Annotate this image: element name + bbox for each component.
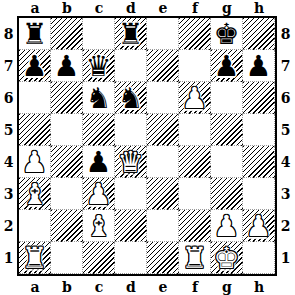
square-h3[interactable]: [243, 178, 275, 210]
square-f6[interactable]: ♟: [179, 82, 211, 114]
square-c8[interactable]: [83, 18, 115, 50]
file-label-top-g: g: [211, 0, 243, 16]
black-knight: ♞: [118, 83, 144, 113]
file-labels-bottom: abcdefgh: [19, 279, 275, 294]
file-label-top-e: e: [147, 0, 179, 16]
square-a1[interactable]: ♜: [19, 242, 51, 274]
rank-label-right-8: 8: [278, 18, 293, 50]
square-a7[interactable]: ♟: [19, 50, 51, 82]
square-f8[interactable]: [179, 18, 211, 50]
square-f1[interactable]: ♜: [179, 242, 211, 274]
square-g5[interactable]: [211, 114, 243, 146]
file-label-top-b: b: [51, 0, 83, 16]
white-bishop: ♝: [86, 211, 112, 241]
square-d6[interactable]: ♞: [115, 82, 147, 114]
black-pawn: ♟: [246, 51, 272, 81]
square-b2[interactable]: [51, 210, 83, 242]
square-g1[interactable]: ♚: [211, 242, 243, 274]
file-label-bottom-c: c: [83, 279, 115, 295]
square-c5[interactable]: [83, 114, 115, 146]
rank-label-left-6: 6: [1, 82, 16, 114]
square-g4[interactable]: [211, 146, 243, 178]
square-f4[interactable]: [179, 146, 211, 178]
file-label-bottom-b: b: [51, 279, 83, 295]
square-d2[interactable]: [115, 210, 147, 242]
square-g8[interactable]: ♚: [211, 18, 243, 50]
file-label-top-d: d: [115, 0, 147, 16]
square-e8[interactable]: [147, 18, 179, 50]
square-c7[interactable]: ♛: [83, 50, 115, 82]
square-a3[interactable]: ♝: [19, 178, 51, 210]
white-rook: ♜: [182, 243, 208, 273]
square-e2[interactable]: [147, 210, 179, 242]
square-h2[interactable]: ♟: [243, 210, 275, 242]
square-h8[interactable]: [243, 18, 275, 50]
rank-label-left-4: 4: [1, 146, 16, 178]
white-pawn: ♟: [22, 147, 48, 177]
square-a6[interactable]: [19, 82, 51, 114]
square-f5[interactable]: [179, 114, 211, 146]
square-d7[interactable]: [115, 50, 147, 82]
square-g7[interactable]: ♟: [211, 50, 243, 82]
file-label-top-c: c: [83, 0, 115, 16]
rank-label-left-1: 1: [1, 242, 16, 274]
square-f7[interactable]: [179, 50, 211, 82]
square-f3[interactable]: [179, 178, 211, 210]
black-queen: ♛: [86, 51, 112, 81]
black-pawn: ♟: [22, 51, 48, 81]
square-h1[interactable]: [243, 242, 275, 274]
white-pawn: ♟: [86, 179, 112, 209]
square-e7[interactable]: [147, 50, 179, 82]
rank-label-left-5: 5: [1, 114, 16, 146]
rank-label-right-3: 3: [278, 178, 293, 210]
white-pawn: ♟: [182, 83, 208, 113]
white-pawn: ♟: [246, 211, 272, 241]
file-label-top-h: h: [243, 0, 275, 16]
square-d8[interactable]: ♜: [115, 18, 147, 50]
file-label-bottom-h: h: [243, 279, 275, 295]
file-label-bottom-a: a: [19, 279, 51, 295]
square-e3[interactable]: [147, 178, 179, 210]
square-d4[interactable]: ♛: [115, 146, 147, 178]
rank-label-left-2: 2: [1, 210, 16, 242]
rank-label-right-5: 5: [278, 114, 293, 146]
square-g3[interactable]: [211, 178, 243, 210]
square-b8[interactable]: [51, 18, 83, 50]
square-a8[interactable]: ♜: [19, 18, 51, 50]
rank-label-right-7: 7: [278, 50, 293, 82]
square-b7[interactable]: ♟: [51, 50, 83, 82]
black-pawn: ♟: [214, 51, 240, 81]
square-h4[interactable]: [243, 146, 275, 178]
square-b5[interactable]: [51, 114, 83, 146]
square-b1[interactable]: [51, 242, 83, 274]
square-g6[interactable]: [211, 82, 243, 114]
square-b3[interactable]: [51, 178, 83, 210]
file-label-bottom-g: g: [211, 279, 243, 295]
black-pawn: ♟: [54, 51, 80, 81]
white-king: ♚: [214, 243, 240, 273]
square-g2[interactable]: ♟: [211, 210, 243, 242]
square-a2[interactable]: [19, 210, 51, 242]
black-rook: ♜: [22, 19, 48, 49]
rank-label-left-7: 7: [1, 50, 16, 82]
rank-label-right-4: 4: [278, 146, 293, 178]
file-label-bottom-d: d: [115, 279, 147, 295]
square-c6[interactable]: ♞: [83, 82, 115, 114]
black-rook: ♜: [118, 19, 144, 49]
rank-label-left-3: 3: [1, 178, 16, 210]
file-label-top-f: f: [179, 0, 211, 16]
white-queen: ♛: [118, 147, 144, 177]
square-c4[interactable]: ♟: [83, 146, 115, 178]
square-e6[interactable]: [147, 82, 179, 114]
rank-label-right-6: 6: [278, 82, 293, 114]
square-c1[interactable]: [83, 242, 115, 274]
rank-labels-right: 87654321: [278, 18, 293, 274]
black-knight: ♞: [86, 83, 112, 113]
file-label-top-a: a: [19, 0, 51, 16]
square-h5[interactable]: [243, 114, 275, 146]
square-h7[interactable]: ♟: [243, 50, 275, 82]
rank-labels-left: 87654321: [1, 18, 16, 274]
square-b4[interactable]: [51, 146, 83, 178]
rank-label-left-8: 8: [1, 18, 16, 50]
file-labels-top: abcdefgh: [19, 0, 275, 15]
square-d5[interactable]: [115, 114, 147, 146]
chessboard: ♜♜♚♟♟♛♟♟♞♞♟♟♟♛♝♟♝♟♟♜♜♚: [17, 16, 277, 276]
white-bishop: ♝: [22, 179, 48, 209]
chess-diagram: abcdefgh 87654321 ♜♜♚♟♟♛♟♟♞♞♟♟♟♛♝♟♝♟♟♜♜♚…: [0, 0, 295, 295]
square-e1[interactable]: [147, 242, 179, 274]
square-d3[interactable]: [115, 178, 147, 210]
black-king: ♚: [214, 19, 240, 49]
rank-label-right-1: 1: [278, 242, 293, 274]
black-pawn: ♟: [86, 147, 112, 177]
square-e5[interactable]: [147, 114, 179, 146]
square-a5[interactable]: [19, 114, 51, 146]
rank-label-right-2: 2: [278, 210, 293, 242]
square-b6[interactable]: [51, 82, 83, 114]
square-f2[interactable]: [179, 210, 211, 242]
white-pawn: ♟: [214, 211, 240, 241]
square-h6[interactable]: [243, 82, 275, 114]
square-d1[interactable]: [115, 242, 147, 274]
white-rook: ♜: [22, 243, 48, 273]
file-label-bottom-e: e: [147, 279, 179, 295]
file-label-bottom-f: f: [179, 279, 211, 295]
square-a4[interactable]: ♟: [19, 146, 51, 178]
square-c3[interactable]: ♟: [83, 178, 115, 210]
square-c2[interactable]: ♝: [83, 210, 115, 242]
square-e4[interactable]: [147, 146, 179, 178]
